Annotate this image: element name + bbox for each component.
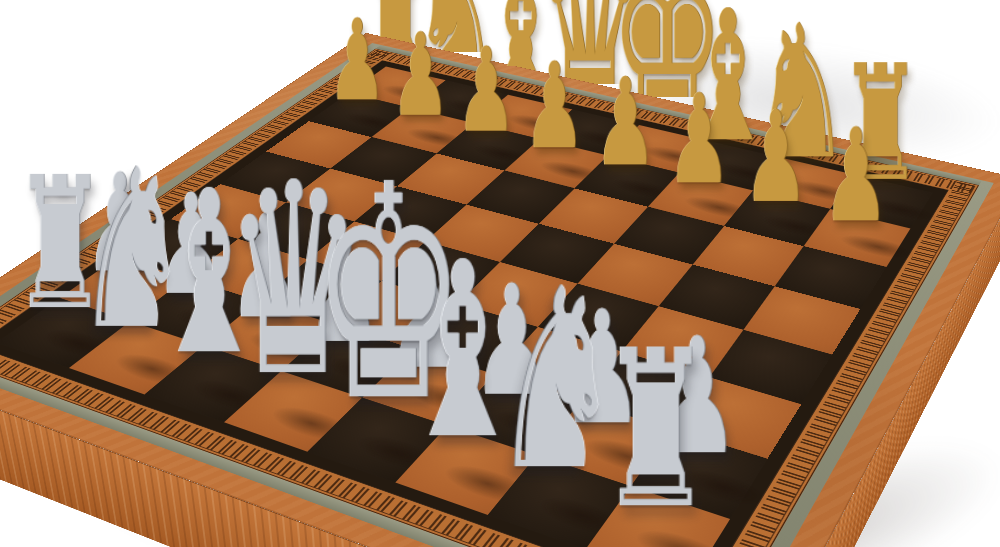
- chess-case: ♜♞♝♛♚♝♞♜♟♟♟♟♟♟♟♟♟♟♟♟♟♟♟♟♜♞♝♛♚♝♞♜: [0, 33, 1000, 547]
- product-photo-scene: ♜♞♝♛♚♝♞♜♟♟♟♟♟♟♟♟♟♟♟♟♟♟♟♟♜♞♝♛♚♝♞♜: [0, 0, 1000, 547]
- board-3d-scene: ♜♞♝♛♚♝♞♜♟♟♟♟♟♟♟♟♟♟♟♟♟♟♟♟♜♞♝♛♚♝♞♜: [0, 0, 1000, 547]
